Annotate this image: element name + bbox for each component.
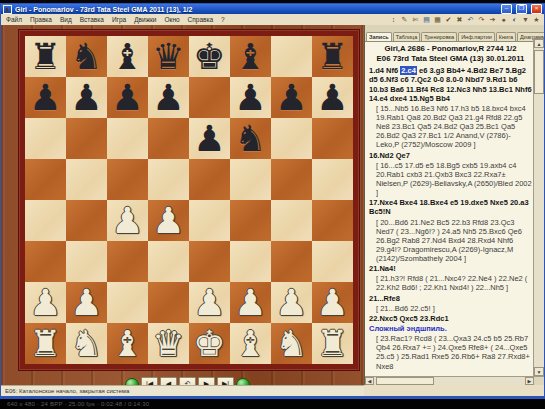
piece-black-pawn-d7: ♟ xyxy=(148,77,189,118)
square-b8[interactable]: ♞ xyxy=(66,36,107,77)
tab-training[interactable]: Тренировка xyxy=(421,32,457,41)
panel-tabs: ЗаписьТаблицаТренировкаИнф.партииКнигаДи… xyxy=(365,25,544,42)
record-icon[interactable]: ● xyxy=(499,15,508,24)
move-segment[interactable]: [ 15...Nb5 16.Be3 Nf6 17.h3 b5 18.bxc4 b… xyxy=(376,104,526,150)
piece-white-rook-h1: ♜ xyxy=(312,323,353,364)
piece-white-bishop-f1: ♝ xyxy=(230,323,271,364)
notation-area[interactable]: Giri,A 2686 - Ponomariov,R 2744 1/2 E06 … xyxy=(365,42,544,385)
square-c8[interactable]: ♝ xyxy=(107,36,148,77)
window-title: Giri - Ponomariov - 73rd Tata Steel GMA … xyxy=(15,6,497,13)
delete-icon[interactable]: ✖ xyxy=(455,15,464,24)
close-button[interactable]: × xyxy=(531,4,542,14)
square-b3[interactable] xyxy=(66,241,107,282)
square-d3[interactable] xyxy=(148,241,189,282)
piece-white-knight-b1: ♞ xyxy=(66,323,107,364)
square-f4[interactable] xyxy=(230,200,271,241)
notation-block-10: 22.Nxc5 Qxc5 23.Rdc1 xyxy=(369,314,532,323)
square-d5[interactable] xyxy=(148,159,189,200)
notation-block-5: [ 20...Bd6 21.Ne2 Bc5 22.b3 Rfd8 23.Qc3 … xyxy=(369,218,532,264)
game-header-event: E06 73rd Tata Steel GMA (13) 30.01.2011 xyxy=(369,54,532,64)
move-segment[interactable]: [ 23.Rac1? Rcd8 ( 23...Qxa3 24.c5 b5 25.… xyxy=(376,334,530,370)
resize-icon[interactable]: ↕ xyxy=(389,15,398,24)
piece-black-king-e8: ♚ xyxy=(189,36,230,77)
square-a7[interactable]: ♟ xyxy=(25,77,66,118)
move-segment[interactable]: [ 16...c5 17.d5 e5 18.Bg5 cxb5 19.axb4 c… xyxy=(376,161,532,197)
notation-block-9: [ 21...Bd6 22.c5! ] xyxy=(369,304,532,313)
piece-black-queen-d8: ♛ xyxy=(148,36,189,77)
menu-item-4[interactable]: Игра xyxy=(112,16,126,23)
square-g7[interactable]: ♟ xyxy=(271,77,312,118)
check-icon[interactable]: ✔ xyxy=(444,15,453,24)
piece-white-pawn-d4: ♟ xyxy=(148,200,189,241)
board-area: ♜♞♝♛♚♝♜♟♟♟♟♟♟♟♟♞♟♟♟♟♟♟♟♟♜♞♝♛♚♝♞♜ |◀◀↶▶▶| xyxy=(1,25,364,385)
piece-white-pawn-c4: ♟ xyxy=(107,200,148,241)
scroll-right-icon[interactable]: ▶ xyxy=(525,377,534,385)
toolbar: ↕✎✄▤▦✔✖↶↷➔●◐▼★ xyxy=(389,15,541,24)
status-bar: E06: Каталонское начало, закрытая систем… xyxy=(1,385,364,396)
notation-block-7: [ 21.h3?! Rfd8 ( 21...Nxc4? 22.Ne4 ) 22.… xyxy=(369,274,532,292)
scrollbar-corner xyxy=(534,377,544,385)
square-f6[interactable]: ♞ xyxy=(230,118,271,159)
notation-block-6: 21.Na4! xyxy=(369,264,532,273)
square-b5[interactable] xyxy=(66,159,107,200)
tab-game-info[interactable]: Инф.партии xyxy=(458,32,495,41)
menu-item-3[interactable]: Вставка xyxy=(80,16,104,23)
square-e7[interactable] xyxy=(189,77,230,118)
list-icon[interactable]: ▤ xyxy=(422,15,431,24)
square-c1[interactable]: ♝ xyxy=(107,323,148,364)
notation-block-1: [ 15...Nb5 16.Be3 Nf6 17.h3 b5 18.bxc4 b… xyxy=(369,104,532,150)
board-icon[interactable]: ▦ xyxy=(433,15,442,24)
piece-black-pawn-f7: ♟ xyxy=(230,77,271,118)
app-icon: ♞ xyxy=(3,5,12,14)
piece-black-rook-a8: ♜ xyxy=(25,36,66,77)
piece-white-pawn-a2: ♟ xyxy=(25,282,66,323)
square-f7[interactable]: ♟ xyxy=(230,77,271,118)
piece-black-rook-h8: ♜ xyxy=(312,36,353,77)
square-b6[interactable] xyxy=(66,118,107,159)
square-g1[interactable]: ♞ xyxy=(271,323,312,364)
square-d7[interactable]: ♟ xyxy=(148,77,189,118)
square-a2[interactable]: ♟ xyxy=(25,282,66,323)
dropdown-icon[interactable]: ▼ xyxy=(521,15,530,24)
square-f5[interactable] xyxy=(230,159,271,200)
menu-item-2[interactable]: Вид xyxy=(60,16,72,23)
piece-white-pawn-b2: ♟ xyxy=(66,282,107,323)
horizontal-scroll-track[interactable] xyxy=(374,377,525,385)
square-c7[interactable]: ♟ xyxy=(107,77,148,118)
square-c2[interactable] xyxy=(107,282,148,323)
square-h7[interactable]: ♟ xyxy=(312,77,353,118)
square-h2[interactable]: ♟ xyxy=(312,282,353,323)
status-text: E06: Каталонское начало, закрытая систем… xyxy=(5,388,129,394)
piece-white-queen-d1: ♛ xyxy=(148,323,189,364)
square-a5[interactable] xyxy=(25,159,66,200)
piece-black-pawn-g7: ♟ xyxy=(271,77,312,118)
square-d4[interactable]: ♟ xyxy=(148,200,189,241)
contrast-icon[interactable]: ◐ xyxy=(510,15,519,24)
piece-white-pawn-g2: ♟ xyxy=(271,282,312,323)
tab-notation[interactable]: Запись xyxy=(366,32,392,41)
menu-item-8[interactable]: ? xyxy=(221,16,225,23)
scroll-left-icon[interactable]: ◀ xyxy=(365,377,374,385)
square-a3[interactable] xyxy=(25,241,66,282)
piece-black-pawn-h7: ♟ xyxy=(312,77,353,118)
square-h4[interactable] xyxy=(312,200,353,241)
notation-block-3: [ 16...c5 17.d5 e5 18.Bg5 cxb5 19.axb4 c… xyxy=(369,161,532,198)
video-info-text: 640 x 480 · 24 BPP · 25.00 fps · 0:02:48… xyxy=(7,401,149,407)
move-segment[interactable]: 22.Nxc5 Qxc5 23.Rdc1 xyxy=(369,314,449,323)
menu-item-5[interactable]: Движки xyxy=(134,16,156,23)
square-e4[interactable] xyxy=(189,200,230,241)
chessbase-window: ♞ Giri - Ponomariov - 73rd Tata Steel GM… xyxy=(0,3,545,399)
piece-black-bishop-f8: ♝ xyxy=(230,36,271,77)
undo-icon[interactable]: ↶ xyxy=(466,15,475,24)
square-e5[interactable] xyxy=(189,159,230,200)
notation-block-0: 1.d4 Nf6 2.c4 e6 3.g3 Bb4+ 4.Bd2 Be7 5.B… xyxy=(369,66,532,103)
square-a4[interactable] xyxy=(25,200,66,241)
square-e2[interactable]: ♟ xyxy=(189,282,230,323)
square-d8[interactable]: ♛ xyxy=(148,36,189,77)
square-d1[interactable]: ♛ xyxy=(148,323,189,364)
move-segment[interactable]: [ 20...Bd6 21.Ne2 Bc5 22.b3 Rfd8 23.Qc3 … xyxy=(376,218,522,264)
redo-icon[interactable]: ↷ xyxy=(477,15,486,24)
notation-panel: ЗаписьТаблицаТренировкаИнф.партииКнигаДи… xyxy=(364,25,544,385)
move-list[interactable]: 1.d4 Nf6 2.c4 e6 3.g3 Bb4+ 4.Bd2 Be7 5.B… xyxy=(369,66,532,371)
square-h6[interactable] xyxy=(312,118,353,159)
piece-black-pawn-b7: ♟ xyxy=(66,77,107,118)
square-f1[interactable]: ♝ xyxy=(230,323,271,364)
piece-white-knight-g1: ♞ xyxy=(271,323,312,364)
piece-black-pawn-c7: ♟ xyxy=(107,77,148,118)
square-f8[interactable]: ♝ xyxy=(230,36,271,77)
move-segment[interactable]: 16.Nd2 Qe7 xyxy=(369,151,410,160)
square-g8[interactable] xyxy=(271,36,312,77)
square-d6[interactable] xyxy=(148,118,189,159)
notation-block-4: 17.Nxe4 Bxe4 18.Bxe4 e5 19.dxe5 Nxe5 20.… xyxy=(369,198,532,216)
notation-block-11: Сложный эндшпиль. xyxy=(369,324,532,333)
square-g6[interactable] xyxy=(271,118,312,159)
game-header-players: Giri,A 2686 - Ponomariov,R 2744 1/2 xyxy=(369,44,532,54)
square-g4[interactable] xyxy=(271,200,312,241)
piece-white-rook-a1: ♜ xyxy=(25,323,66,364)
arrow-icon[interactable]: ➔ xyxy=(488,15,497,24)
menu-item-0[interactable]: Файл xyxy=(6,16,22,23)
move-segment[interactable]: 17.Nxe4 Bxe4 18.Bxe4 e5 19.dxe5 Nxe5 20.… xyxy=(369,198,529,216)
piece-white-pawn-f2: ♟ xyxy=(230,282,271,323)
square-g2[interactable]: ♟ xyxy=(271,282,312,323)
current-move[interactable]: 2.c4 xyxy=(400,66,417,75)
notation-block-12: [ 23.Rac1? Rcd8 ( 23...Qxa3 24.c5 b5 25.… xyxy=(369,334,532,371)
menu-items: ФайлПравкаВидВставкаИграДвижкиОкноСправк… xyxy=(6,16,225,23)
square-a8[interactable]: ♜ xyxy=(25,36,66,77)
horizontal-scrollbar[interactable]: ◀ ▶ xyxy=(365,376,544,385)
piece-white-pawn-e2: ♟ xyxy=(189,282,230,323)
square-e8[interactable]: ♚ xyxy=(189,36,230,77)
square-g5[interactable] xyxy=(271,159,312,200)
square-e3[interactable] xyxy=(189,241,230,282)
piece-black-pawn-a7: ♟ xyxy=(25,77,66,118)
move-segment[interactable]: 21.Na4! xyxy=(369,264,396,273)
tab-table[interactable]: Таблица xyxy=(393,32,421,41)
square-h3[interactable] xyxy=(312,241,353,282)
square-h5[interactable] xyxy=(312,159,353,200)
square-g3[interactable] xyxy=(271,241,312,282)
square-h8[interactable]: ♜ xyxy=(312,36,353,77)
piece-black-knight-b8: ♞ xyxy=(66,36,107,77)
square-d2[interactable] xyxy=(148,282,189,323)
vertical-scroll-thumb[interactable] xyxy=(534,50,544,94)
square-h1[interactable]: ♜ xyxy=(312,323,353,364)
title-bar[interactable]: ♞ Giri - Ponomariov - 73rd Tata Steel GM… xyxy=(1,4,544,14)
menu-item-6[interactable]: Окно xyxy=(164,16,179,23)
piece-black-knight-f6: ♞ xyxy=(230,118,271,159)
square-c3[interactable] xyxy=(107,241,148,282)
main-content: ♜♞♝♛♚♝♜♟♟♟♟♟♟♟♟♞♟♟♟♟♟♟♟♟♜♞♝♛♚♝♞♜ |◀◀↶▶▶|… xyxy=(1,25,544,385)
tab-book[interactable]: Книга xyxy=(496,32,516,41)
piece-black-bishop-c8: ♝ xyxy=(107,36,148,77)
move-segment[interactable]: 21...Rfe8 xyxy=(369,294,400,303)
scroll-down-icon[interactable]: ▼ xyxy=(534,367,544,376)
square-c4[interactable]: ♟ xyxy=(107,200,148,241)
square-f2[interactable]: ♟ xyxy=(230,282,271,323)
piece-white-bishop-c1: ♝ xyxy=(107,323,148,364)
favorite-icon[interactable]: ★ xyxy=(532,15,541,24)
notation-block-2: 16.Nd2 Qe7 xyxy=(369,151,532,160)
piece-black-pawn-e6: ♟ xyxy=(189,118,230,159)
piece-white-king-e1: ♚ xyxy=(189,323,230,364)
scroll-up-icon[interactable]: ▲ xyxy=(534,39,544,48)
menu-item-7[interactable]: Справка xyxy=(188,16,214,23)
move-segment[interactable]: [ 21...Bd6 22.c5! ] xyxy=(376,304,435,313)
maximize-button[interactable]: ❐ xyxy=(516,4,527,14)
cut-icon[interactable]: ✄ xyxy=(411,15,420,24)
minimize-button[interactable]: – xyxy=(501,4,512,14)
menu-item-1[interactable]: Правка xyxy=(30,16,52,23)
move-segment[interactable]: 1.d4 Nf6 xyxy=(369,66,400,75)
video-info-bar: 640 x 480 · 24 BPP · 25.00 fps · 0:02:48… xyxy=(0,399,545,409)
square-a1[interactable]: ♜ xyxy=(25,323,66,364)
move-segment[interactable]: Сложный эндшпиль. xyxy=(369,324,447,333)
video-frame: { "game": "chess", "position": { "fen": … xyxy=(0,0,545,409)
horizontal-scroll-thumb[interactable] xyxy=(376,377,434,385)
square-b4[interactable] xyxy=(66,200,107,241)
square-c6[interactable] xyxy=(107,118,148,159)
square-b2[interactable]: ♟ xyxy=(66,282,107,323)
menu-bar: ФайлПравкаВидВставкаИграДвижкиОкноСправк… xyxy=(1,14,544,25)
square-e6[interactable]: ♟ xyxy=(189,118,230,159)
square-c5[interactable] xyxy=(107,159,148,200)
annotate-icon[interactable]: ✎ xyxy=(400,15,409,24)
square-a6[interactable] xyxy=(25,118,66,159)
vertical-scrollbar[interactable]: ▲ ▼ xyxy=(533,39,544,376)
square-b1[interactable]: ♞ xyxy=(66,323,107,364)
square-e1[interactable]: ♚ xyxy=(189,323,230,364)
board-frame: ♜♞♝♛♚♝♜♟♟♟♟♟♟♟♟♞♟♟♟♟♟♟♟♟♜♞♝♛♚♝♞♜ xyxy=(18,29,360,371)
piece-white-pawn-h2: ♟ xyxy=(312,282,353,323)
notation-block-8: 21...Rfe8 xyxy=(369,294,532,303)
chess-board[interactable]: ♜♞♝♛♚♝♜♟♟♟♟♟♟♟♟♞♟♟♟♟♟♟♟♟♜♞♝♛♚♝♞♜ xyxy=(25,36,353,364)
move-segment[interactable]: [ 21.h3?! Rfd8 ( 21...Nxc4? 22.Ne4 ) 22.… xyxy=(376,274,527,292)
square-b7[interactable]: ♟ xyxy=(66,77,107,118)
square-f3[interactable] xyxy=(230,241,271,282)
